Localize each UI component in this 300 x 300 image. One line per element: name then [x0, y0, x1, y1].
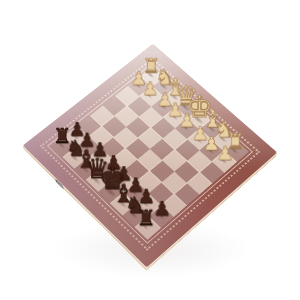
- metal-clasp-latch[interactable]: [56, 179, 64, 190]
- product-photo: ♜♞♝♛♚♝♞♜♟♟♟♟♟♟♟♟♟♟♟♟♟♟♟♟♜♞♝♛♚♝♞♜: [0, 0, 300, 300]
- board-squares: [51, 66, 249, 239]
- latch-hook-icon: [55, 178, 59, 185]
